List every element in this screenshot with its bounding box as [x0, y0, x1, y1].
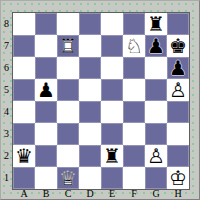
square-b5[interactable]: ♟: [35, 79, 57, 101]
square-f5[interactable]: [123, 79, 145, 101]
square-a4[interactable]: [13, 101, 35, 123]
black-rook: ♜: [101, 145, 123, 167]
square-g7[interactable]: ♟: [145, 35, 167, 57]
square-e4[interactable]: [101, 101, 123, 123]
square-b3[interactable]: [35, 123, 57, 145]
black-king: ♚: [167, 35, 189, 57]
rank-label-6: 6: [1, 57, 12, 79]
square-b1[interactable]: [35, 167, 57, 189]
square-d2[interactable]: [79, 145, 101, 167]
square-h8[interactable]: [167, 13, 189, 35]
square-e5[interactable]: [101, 79, 123, 101]
square-e8[interactable]: [101, 13, 123, 35]
square-a8[interactable]: [13, 13, 35, 35]
square-g6[interactable]: [145, 57, 167, 79]
square-d6[interactable]: [79, 57, 101, 79]
square-a2[interactable]: ♛: [13, 145, 35, 167]
square-h3[interactable]: [167, 123, 189, 145]
square-h6[interactable]: ♟: [167, 57, 189, 79]
square-e3[interactable]: [101, 123, 123, 145]
file-label-d: D: [79, 188, 101, 200]
file-label-b: B: [35, 188, 57, 200]
square-f6[interactable]: [123, 57, 145, 79]
square-e2[interactable]: ♜: [101, 145, 123, 167]
square-f4[interactable]: [123, 101, 145, 123]
file-label-e: E: [101, 188, 123, 200]
square-h2[interactable]: [167, 145, 189, 167]
square-e1[interactable]: [101, 167, 123, 189]
square-d4[interactable]: [79, 101, 101, 123]
square-f1[interactable]: [123, 167, 145, 189]
file-label-g: G: [145, 188, 167, 200]
square-b6[interactable]: [35, 57, 57, 79]
rank-label-4: 4: [1, 101, 12, 123]
square-d8[interactable]: [79, 13, 101, 35]
white-knight: ♞♘: [123, 35, 145, 57]
square-b4[interactable]: [35, 101, 57, 123]
black-rook: ♜: [145, 13, 167, 35]
file-label-c: C: [57, 188, 79, 200]
file-label-f: F: [123, 188, 145, 200]
file-label-h: H: [167, 188, 189, 200]
square-e7[interactable]: [101, 35, 123, 57]
rank-label-1: 1: [1, 167, 12, 189]
black-pawn: ♟: [167, 57, 189, 79]
rank-labels: 8 7 6 5 4 3 2 1: [1, 13, 12, 189]
rank-label-2: 2: [1, 145, 12, 167]
square-a7[interactable]: [13, 35, 35, 57]
square-c5[interactable]: [57, 79, 79, 101]
square-f3[interactable]: [123, 123, 145, 145]
square-f8[interactable]: [123, 13, 145, 35]
square-g5[interactable]: [145, 79, 167, 101]
square-g4[interactable]: [145, 101, 167, 123]
square-b7[interactable]: [35, 35, 57, 57]
square-a5[interactable]: [13, 79, 35, 101]
square-c1[interactable]: ♛♕: [57, 167, 79, 189]
square-h1[interactable]: ♚♔: [167, 167, 189, 189]
file-label-a: A: [13, 188, 35, 200]
board-frame: 8 7 6 5 4 3 2 1 ♜♜♖♞♘♟♚♟♟♟♙♛♜♟♙♛♕♚♔ A B …: [0, 0, 200, 200]
square-d3[interactable]: [79, 123, 101, 145]
square-c8[interactable]: [57, 13, 79, 35]
square-b2[interactable]: [35, 145, 57, 167]
square-c6[interactable]: [57, 57, 79, 79]
square-f7[interactable]: ♞♘: [123, 35, 145, 57]
square-h4[interactable]: [167, 101, 189, 123]
square-a1[interactable]: [13, 167, 35, 189]
chess-board: ♜♜♖♞♘♟♚♟♟♟♙♛♜♟♙♛♕♚♔: [12, 12, 190, 190]
white-pawn: ♟♙: [167, 79, 189, 101]
white-rook: ♜♖: [57, 35, 79, 57]
white-pawn: ♟♙: [145, 145, 167, 167]
square-a3[interactable]: [13, 123, 35, 145]
square-g1[interactable]: [145, 167, 167, 189]
square-a6[interactable]: [13, 57, 35, 79]
square-g8[interactable]: ♜: [145, 13, 167, 35]
square-d7[interactable]: [79, 35, 101, 57]
square-d5[interactable]: [79, 79, 101, 101]
file-labels: A B C D E F G H: [13, 188, 189, 200]
square-c2[interactable]: [57, 145, 79, 167]
rank-label-5: 5: [1, 79, 12, 101]
square-f2[interactable]: [123, 145, 145, 167]
black-pawn: ♟: [35, 79, 57, 101]
black-queen: ♛: [13, 145, 35, 167]
square-b8[interactable]: [35, 13, 57, 35]
rank-label-7: 7: [1, 35, 12, 57]
rank-label-8: 8: [1, 13, 12, 35]
square-c7[interactable]: ♜♖: [57, 35, 79, 57]
square-h7[interactable]: ♚: [167, 35, 189, 57]
square-d1[interactable]: [79, 167, 101, 189]
square-c4[interactable]: [57, 101, 79, 123]
square-h5[interactable]: ♟♙: [167, 79, 189, 101]
square-c3[interactable]: [57, 123, 79, 145]
square-g3[interactable]: [145, 123, 167, 145]
square-g2[interactable]: ♟♙: [145, 145, 167, 167]
black-pawn: ♟: [145, 35, 167, 57]
white-queen: ♛♕: [57, 167, 79, 189]
square-e6[interactable]: [101, 57, 123, 79]
white-king: ♚♔: [167, 167, 189, 189]
rank-label-3: 3: [1, 123, 12, 145]
